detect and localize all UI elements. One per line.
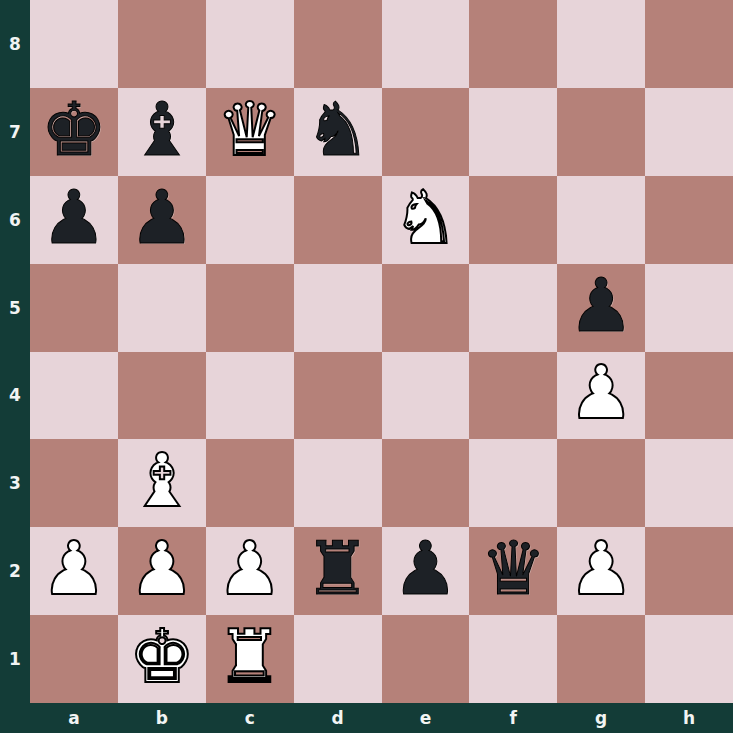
white-pawn: ♟ [129, 531, 195, 605]
white-pawn: ♟ [568, 355, 634, 429]
square-b5[interactable] [118, 264, 206, 352]
square-c1[interactable]: ♜ [206, 615, 294, 703]
square-c7[interactable]: ♛ [206, 88, 294, 176]
square-d2[interactable]: ♜ [294, 527, 382, 615]
square-d6[interactable] [294, 176, 382, 264]
rank-labels: 87654321 [0, 0, 30, 703]
square-e2[interactable]: ♟ [382, 527, 470, 615]
square-a4[interactable] [30, 352, 118, 440]
file-label-b: b [118, 703, 206, 733]
square-d7[interactable]: ♞ [294, 88, 382, 176]
white-bishop: ♝ [129, 443, 195, 517]
black-knight: ♞ [304, 92, 370, 166]
square-e3[interactable] [382, 439, 470, 527]
black-bishop: ♝ [129, 92, 195, 166]
rank-label-3: 3 [0, 439, 30, 527]
file-label-a: a [30, 703, 118, 733]
square-c6[interactable] [206, 176, 294, 264]
square-b1[interactable]: ♚ [118, 615, 206, 703]
file-label-f: f [469, 703, 557, 733]
square-f7[interactable] [469, 88, 557, 176]
square-e7[interactable] [382, 88, 470, 176]
file-label-e: e [382, 703, 470, 733]
black-pawn: ♟ [129, 180, 195, 254]
square-f5[interactable] [469, 264, 557, 352]
square-a7[interactable]: ♚ [30, 88, 118, 176]
square-b6[interactable]: ♟ [118, 176, 206, 264]
black-pawn: ♟ [41, 180, 107, 254]
square-g4[interactable]: ♟ [557, 352, 645, 440]
square-f8[interactable] [469, 0, 557, 88]
square-g1[interactable] [557, 615, 645, 703]
white-pawn: ♟ [41, 531, 107, 605]
square-e1[interactable] [382, 615, 470, 703]
rank-label-2: 2 [0, 527, 30, 615]
square-c8[interactable] [206, 0, 294, 88]
square-h5[interactable] [645, 264, 733, 352]
square-h3[interactable] [645, 439, 733, 527]
square-d8[interactable] [294, 0, 382, 88]
square-c5[interactable] [206, 264, 294, 352]
chess-board: ♚♝♛♞♟♟♞♟♟♝♟♟♟♜♟♛♟♚♜ [30, 0, 733, 703]
square-a3[interactable] [30, 439, 118, 527]
square-h8[interactable] [645, 0, 733, 88]
white-rook: ♜ [217, 619, 283, 693]
white-knight: ♞ [392, 180, 458, 254]
file-label-g: g [557, 703, 645, 733]
file-labels: abcdefgh [30, 703, 733, 733]
white-queen: ♛ [217, 92, 283, 166]
square-b4[interactable] [118, 352, 206, 440]
square-g8[interactable] [557, 0, 645, 88]
square-b2[interactable]: ♟ [118, 527, 206, 615]
square-f4[interactable] [469, 352, 557, 440]
square-h2[interactable] [645, 527, 733, 615]
square-e8[interactable] [382, 0, 470, 88]
square-d4[interactable] [294, 352, 382, 440]
square-b7[interactable]: ♝ [118, 88, 206, 176]
file-label-h: h [645, 703, 733, 733]
square-g6[interactable] [557, 176, 645, 264]
black-rook: ♜ [304, 531, 370, 605]
square-d1[interactable] [294, 615, 382, 703]
rank-label-1: 1 [0, 615, 30, 703]
square-g3[interactable] [557, 439, 645, 527]
square-a1[interactable] [30, 615, 118, 703]
square-b3[interactable]: ♝ [118, 439, 206, 527]
chess-diagram: 87654321 ♚♝♛♞♟♟♞♟♟♝♟♟♟♜♟♛♟♚♜ abcdefgh [0, 0, 733, 733]
square-h1[interactable] [645, 615, 733, 703]
square-f6[interactable] [469, 176, 557, 264]
white-pawn: ♟ [217, 531, 283, 605]
square-f2[interactable]: ♛ [469, 527, 557, 615]
square-d3[interactable] [294, 439, 382, 527]
square-e4[interactable] [382, 352, 470, 440]
white-pawn: ♟ [568, 531, 634, 605]
square-e6[interactable]: ♞ [382, 176, 470, 264]
rank-label-4: 4 [0, 352, 30, 440]
file-label-c: c [206, 703, 294, 733]
rank-label-8: 8 [0, 0, 30, 88]
square-a8[interactable] [30, 0, 118, 88]
square-a5[interactable] [30, 264, 118, 352]
square-f1[interactable] [469, 615, 557, 703]
square-c3[interactable] [206, 439, 294, 527]
square-h6[interactable] [645, 176, 733, 264]
square-c4[interactable] [206, 352, 294, 440]
square-g7[interactable] [557, 88, 645, 176]
rank-label-7: 7 [0, 88, 30, 176]
black-pawn: ♟ [568, 268, 634, 342]
black-queen: ♛ [480, 531, 546, 605]
file-label-d: d [294, 703, 382, 733]
square-c2[interactable]: ♟ [206, 527, 294, 615]
rank-label-5: 5 [0, 264, 30, 352]
square-a2[interactable]: ♟ [30, 527, 118, 615]
square-d5[interactable] [294, 264, 382, 352]
square-a6[interactable]: ♟ [30, 176, 118, 264]
square-b8[interactable] [118, 0, 206, 88]
black-pawn: ♟ [392, 531, 458, 605]
black-king: ♚ [41, 92, 107, 166]
square-e5[interactable] [382, 264, 470, 352]
square-g5[interactable]: ♟ [557, 264, 645, 352]
square-f3[interactable] [469, 439, 557, 527]
rank-label-6: 6 [0, 176, 30, 264]
square-h7[interactable] [645, 88, 733, 176]
square-g2[interactable]: ♟ [557, 527, 645, 615]
square-h4[interactable] [645, 352, 733, 440]
white-king: ♚ [129, 619, 195, 693]
